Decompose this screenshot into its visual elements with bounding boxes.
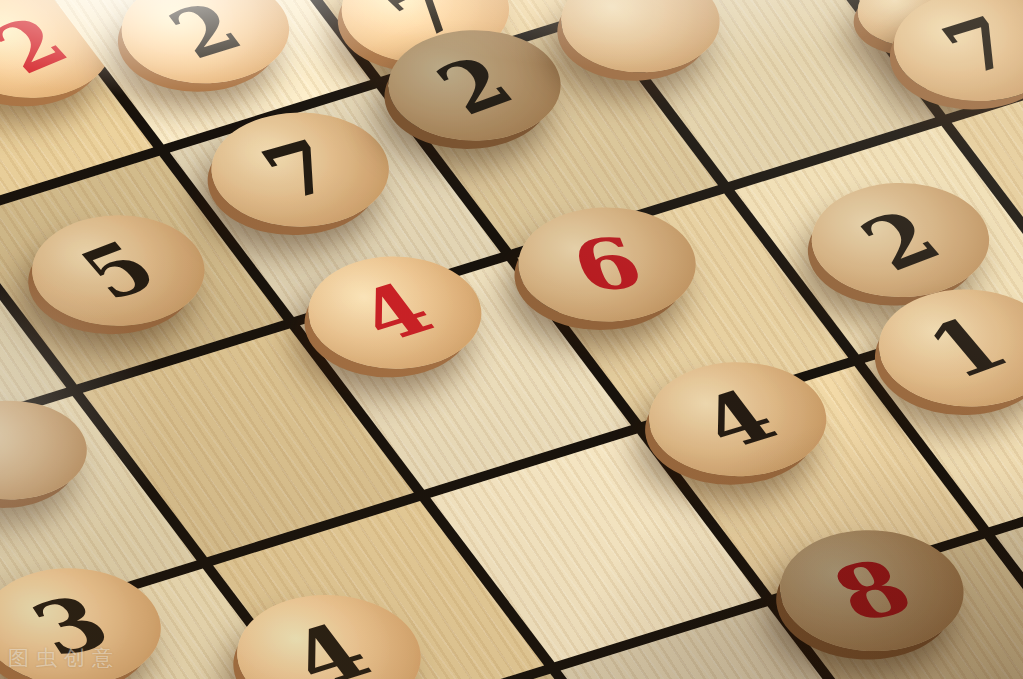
- token-number: 6: [562, 228, 651, 302]
- token-5-black[interactable]: 5: [3, 196, 233, 344]
- token-number: 7: [929, 6, 1023, 84]
- token-number: 7: [249, 130, 351, 210]
- token-number: 2: [423, 45, 526, 124]
- token-number: 2: [847, 199, 954, 281]
- token-number: 8: [819, 549, 924, 633]
- token-number: 4: [685, 379, 789, 460]
- watermark: 图虫创意: [8, 644, 120, 672]
- sudoku-photo-stage: 227572746234418 图虫创意: [0, 0, 1023, 679]
- token-number: 4: [344, 273, 447, 353]
- token-2-black[interactable]: 2: [93, 0, 316, 101]
- token-number: 1: [913, 306, 1023, 391]
- token-number: 2: [156, 0, 253, 68]
- token-number: 5: [66, 230, 169, 310]
- sudoku-board: 227572746234418: [0, 0, 1023, 679]
- board-cell-4-4: 8: [778, 539, 1023, 679]
- token-number: 4: [274, 612, 385, 679]
